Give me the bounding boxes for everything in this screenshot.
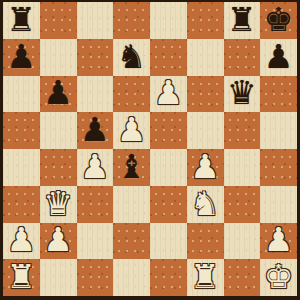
square-g4[interactable] (224, 149, 261, 186)
square-a4[interactable] (3, 149, 40, 186)
black-pawn[interactable]: ♟ (80, 113, 110, 146)
white-king[interactable]: ♚ (264, 260, 294, 293)
square-e6[interactable]: ♟ (150, 76, 187, 113)
square-g8[interactable]: ♜ (224, 2, 261, 39)
chess-board: ♜♜♚♟♞♟♟♟♛♟♟♟♝♟♛♞♟♟♟♜♜♚ (0, 0, 300, 300)
black-rook[interactable]: ♜ (7, 3, 37, 36)
white-pawn[interactable]: ♟ (117, 113, 147, 146)
black-knight[interactable]: ♞ (117, 40, 147, 73)
square-d8[interactable] (113, 2, 150, 39)
square-h6[interactable] (260, 76, 297, 113)
square-d4[interactable]: ♝ (113, 149, 150, 186)
square-c1[interactable] (77, 259, 114, 296)
black-pawn[interactable]: ♟ (43, 76, 73, 109)
square-a8[interactable]: ♜ (3, 2, 40, 39)
square-c6[interactable] (77, 76, 114, 113)
white-pawn[interactable]: ♟ (154, 76, 184, 109)
square-b4[interactable] (40, 149, 77, 186)
square-h4[interactable] (260, 149, 297, 186)
square-h5[interactable] (260, 112, 297, 149)
square-f3[interactable]: ♞ (187, 186, 224, 223)
square-e8[interactable] (150, 2, 187, 39)
square-d6[interactable] (113, 76, 150, 113)
white-pawn[interactable]: ♟ (7, 223, 37, 256)
square-h2[interactable]: ♟ (260, 223, 297, 260)
square-g7[interactable] (224, 39, 261, 76)
square-g3[interactable] (224, 186, 261, 223)
square-g2[interactable] (224, 223, 261, 260)
square-g1[interactable] (224, 259, 261, 296)
square-c5[interactable]: ♟ (77, 112, 114, 149)
square-e1[interactable] (150, 259, 187, 296)
square-b7[interactable] (40, 39, 77, 76)
square-a2[interactable]: ♟ (3, 223, 40, 260)
square-b5[interactable] (40, 112, 77, 149)
white-pawn[interactable]: ♟ (264, 223, 294, 256)
black-pawn[interactable]: ♟ (7, 40, 37, 73)
square-b8[interactable] (40, 2, 77, 39)
square-b6[interactable]: ♟ (40, 76, 77, 113)
square-e2[interactable] (150, 223, 187, 260)
square-c3[interactable] (77, 186, 114, 223)
square-a7[interactable]: ♟ (3, 39, 40, 76)
square-b2[interactable]: ♟ (40, 223, 77, 260)
square-f6[interactable] (187, 76, 224, 113)
square-f7[interactable] (187, 39, 224, 76)
square-g5[interactable] (224, 112, 261, 149)
square-b3[interactable]: ♛ (40, 186, 77, 223)
white-pawn[interactable]: ♟ (43, 223, 73, 256)
white-pawn[interactable]: ♟ (190, 150, 220, 183)
square-c4[interactable]: ♟ (77, 149, 114, 186)
square-f4[interactable]: ♟ (187, 149, 224, 186)
black-king[interactable]: ♚ (264, 3, 294, 36)
square-f2[interactable] (187, 223, 224, 260)
square-d2[interactable] (113, 223, 150, 260)
square-d5[interactable]: ♟ (113, 112, 150, 149)
square-e7[interactable] (150, 39, 187, 76)
square-c8[interactable] (77, 2, 114, 39)
square-d7[interactable]: ♞ (113, 39, 150, 76)
white-knight[interactable]: ♞ (190, 187, 220, 220)
square-h7[interactable]: ♟ (260, 39, 297, 76)
square-f1[interactable]: ♜ (187, 259, 224, 296)
black-pawn[interactable]: ♟ (264, 40, 294, 73)
square-f5[interactable] (187, 112, 224, 149)
black-queen[interactable]: ♛ (227, 76, 257, 109)
square-h3[interactable] (260, 186, 297, 223)
white-rook[interactable]: ♜ (7, 260, 37, 293)
square-a3[interactable] (3, 186, 40, 223)
square-a6[interactable] (3, 76, 40, 113)
square-h8[interactable]: ♚ (260, 2, 297, 39)
square-f8[interactable] (187, 2, 224, 39)
black-rook[interactable]: ♜ (227, 3, 257, 36)
square-h1[interactable]: ♚ (260, 259, 297, 296)
white-pawn[interactable]: ♟ (80, 150, 110, 183)
square-e3[interactable] (150, 186, 187, 223)
square-g6[interactable]: ♛ (224, 76, 261, 113)
square-b1[interactable] (40, 259, 77, 296)
square-a5[interactable] (3, 112, 40, 149)
square-d3[interactable] (113, 186, 150, 223)
black-bishop[interactable]: ♝ (117, 150, 147, 183)
square-d1[interactable] (113, 259, 150, 296)
square-c7[interactable] (77, 39, 114, 76)
square-c2[interactable] (77, 223, 114, 260)
square-e5[interactable] (150, 112, 187, 149)
square-e4[interactable] (150, 149, 187, 186)
white-rook[interactable]: ♜ (190, 260, 220, 293)
white-queen[interactable]: ♛ (43, 187, 73, 220)
square-a1[interactable]: ♜ (3, 259, 40, 296)
